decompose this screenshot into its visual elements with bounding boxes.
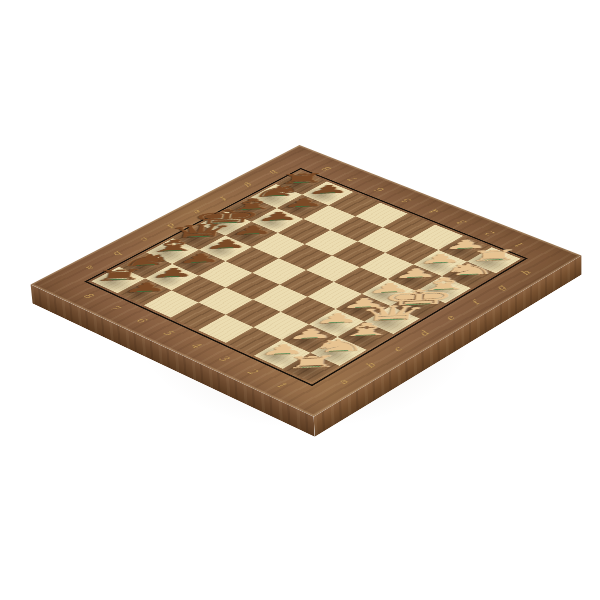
square-a3: [226, 327, 282, 356]
square-a5: [171, 302, 226, 330]
square-e1: [391, 291, 446, 318]
square-c1: [338, 321, 394, 349]
square-b2: [282, 324, 338, 352]
square-d2: [336, 294, 391, 322]
square-b5: [198, 288, 253, 315]
square-b1: [310, 337, 366, 366]
square-a6: [144, 290, 199, 317]
square-c5: [226, 273, 280, 300]
square-c3: [281, 297, 336, 325]
square-d1: [364, 306, 419, 334]
square-b4: [226, 300, 281, 328]
chess-board: hhggffeeddccbbaa8877665544332211 ♜♞♝♛♚♝♞…: [31, 145, 582, 417]
square-c4: [253, 285, 308, 312]
square-a1: [283, 353, 340, 382]
square-b3: [253, 312, 308, 340]
square-a4: [198, 315, 253, 343]
square-c2: [309, 309, 364, 337]
square-a2: [254, 340, 310, 369]
product-photo-stage: hhggffeeddccbbaa8877665544332211 ♜♞♝♛♚♝♞…: [0, 0, 600, 600]
scene-3d: hhggffeeddccbbaa8877665544332211 ♜♞♝♛♚♝♞…: [0, 0, 600, 600]
